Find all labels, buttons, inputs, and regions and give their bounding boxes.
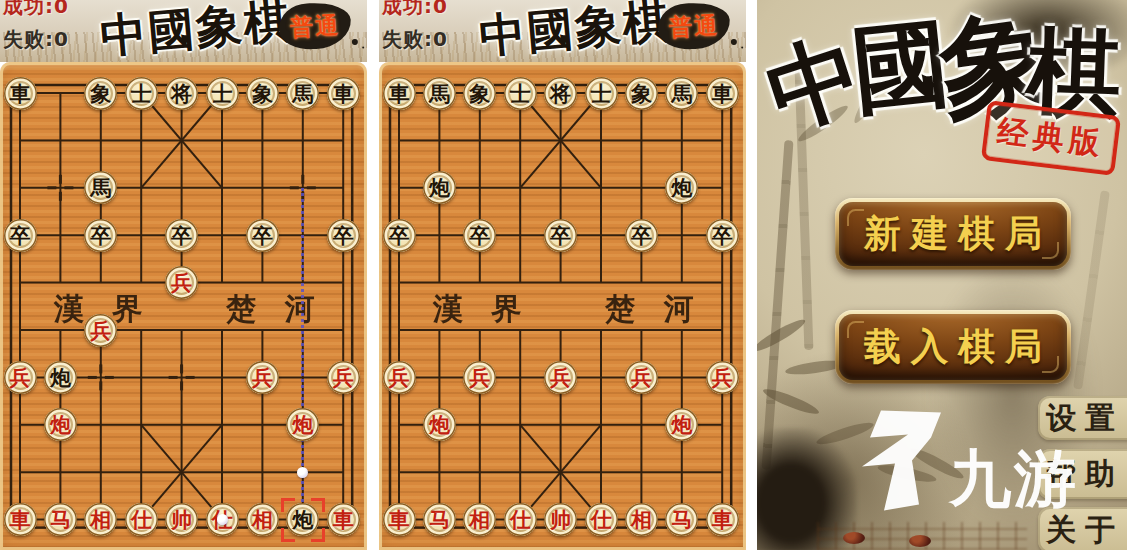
piece-red-horse[interactable]: 马 — [423, 503, 456, 536]
piece-black-soldier[interactable]: 卒 — [165, 219, 198, 252]
app-root: 成功:0 失败:0 中國象棋 普通 漢 界 楚 河 車象士将士象馬車馬卒卒卒卒卒… — [0, 0, 1127, 550]
piece-red-chariot[interactable]: 車 — [327, 503, 360, 536]
classic-edition-seal: 经典版 — [981, 100, 1121, 176]
title-char: 中 — [757, 11, 878, 157]
game-hud: 成功:0 失败:0 中國象棋 普通 — [379, 0, 746, 62]
piece-black-soldier[interactable]: 卒 — [4, 219, 37, 252]
ornament-icon — [1042, 242, 1059, 259]
piece-black-chariot[interactable]: 車 — [383, 77, 416, 110]
piece-red-cannon[interactable]: 炮 — [44, 408, 77, 441]
piece-red-chariot[interactable]: 車 — [4, 503, 37, 536]
piece-red-soldier[interactable]: 兵 — [165, 266, 198, 299]
piece-black-chariot[interactable]: 車 — [4, 77, 37, 110]
piece-red-chariot[interactable]: 車 — [383, 503, 416, 536]
piece-red-general[interactable]: 帅 — [544, 503, 577, 536]
piece-red-general[interactable]: 帅 — [165, 503, 198, 536]
help-button[interactable]: 帮助 — [1038, 449, 1127, 499]
piece-black-advisor[interactable]: 士 — [125, 77, 158, 110]
piece-red-soldier[interactable]: 兵 — [4, 361, 37, 394]
ink-smudge-decoration — [947, 0, 1127, 83]
xiangqi-board[interactable]: 漢 界 楚 河 車象士将士象馬車馬卒卒卒卒卒兵兵兵炮兵兵炮炮車马相仕帅仕相炮車 — [0, 62, 367, 550]
menu-panel: 中 國 象 棋 经典版 新建棋局 载入棋局 设置 帮助 关于 九游 — [757, 0, 1127, 550]
piece-red-soldier[interactable]: 兵 — [544, 361, 577, 394]
game-panel-left: 成功:0 失败:0 中國象棋 普通 漢 界 楚 河 車象士将士象馬車馬卒卒卒卒卒… — [0, 0, 367, 550]
piece-red-horse[interactable]: 马 — [44, 503, 77, 536]
move-trail-dot — [297, 467, 308, 478]
piece-red-soldier[interactable]: 兵 — [463, 361, 496, 394]
river-label-right: 楚 河 — [605, 289, 702, 330]
move-trail-dot — [217, 514, 228, 525]
piece-black-soldier[interactable]: 卒 — [544, 219, 577, 252]
piece-red-cannon[interactable]: 炮 — [423, 408, 456, 441]
piece-black-chariot[interactable]: 車 — [706, 77, 739, 110]
piece-red-soldier[interactable]: 兵 — [383, 361, 416, 394]
piece-black-general[interactable]: 将 — [165, 77, 198, 110]
piece-red-elephant[interactable]: 相 — [246, 503, 279, 536]
piece-red-elephant[interactable]: 相 — [625, 503, 658, 536]
piece-red-chariot[interactable]: 車 — [706, 503, 739, 536]
piece-black-horse[interactable]: 馬 — [286, 77, 319, 110]
piece-black-soldier[interactable]: 卒 — [383, 219, 416, 252]
piece-black-cannon[interactable]: 炮 — [423, 171, 456, 204]
selected-piece-marker — [281, 498, 325, 542]
piece-red-soldier[interactable]: 兵 — [84, 314, 117, 347]
ornament-icon — [847, 209, 864, 226]
piece-black-horse[interactable]: 馬 — [665, 77, 698, 110]
piece-red-soldier[interactable]: 兵 — [625, 361, 658, 394]
bamboo-leaf — [850, 69, 891, 126]
piece-red-soldier[interactable]: 兵 — [706, 361, 739, 394]
piece-black-soldier[interactable]: 卒 — [706, 219, 739, 252]
success-counter: 成功:0 — [382, 0, 448, 20]
piece-black-advisor[interactable]: 士 — [504, 77, 537, 110]
piece-black-soldier[interactable]: 卒 — [463, 219, 496, 252]
game-bowl — [909, 535, 931, 547]
piece-red-soldier[interactable]: 兵 — [327, 361, 360, 394]
xiangqi-board[interactable]: 漢 界 楚 河 車馬象士将士象馬車炮炮卒卒卒卒卒兵兵兵兵兵炮炮車马相仕帅仕相马車 — [379, 62, 746, 550]
fail-counter: 失败:0 — [382, 26, 448, 53]
piece-black-soldier[interactable]: 卒 — [84, 219, 117, 252]
piece-black-cannon[interactable]: 炮 — [44, 361, 77, 394]
piece-black-general[interactable]: 将 — [544, 77, 577, 110]
piece-black-elephant[interactable]: 象 — [246, 77, 279, 110]
river-label-left: 漢 界 — [433, 289, 530, 330]
piece-black-soldier[interactable]: 卒 — [246, 219, 279, 252]
ornament-icon — [1042, 356, 1059, 373]
piece-black-elephant[interactable]: 象 — [463, 77, 496, 110]
piece-red-advisor[interactable]: 仕 — [585, 503, 618, 536]
piece-black-elephant[interactable]: 象 — [625, 77, 658, 110]
piece-black-advisor[interactable]: 士 — [585, 77, 618, 110]
about-button[interactable]: 关于 — [1038, 507, 1127, 550]
piece-red-soldier[interactable]: 兵 — [246, 361, 279, 394]
success-counter: 成功:0 — [3, 0, 69, 20]
game-hud: 成功:0 失败:0 中國象棋 普通 — [0, 0, 367, 62]
settings-button[interactable]: 设置 — [1038, 396, 1127, 440]
game-bowl — [843, 532, 865, 544]
piece-black-horse[interactable]: 馬 — [423, 77, 456, 110]
load-game-button[interactable]: 载入棋局 — [835, 310, 1071, 384]
piece-red-advisor[interactable]: 仕 — [504, 503, 537, 536]
game-title: 中國象棋 — [477, 0, 674, 62]
piece-black-chariot[interactable]: 車 — [327, 77, 360, 110]
fail-counter: 失败:0 — [3, 26, 69, 53]
piece-black-soldier[interactable]: 卒 — [625, 219, 658, 252]
bamboo-stem — [794, 40, 814, 350]
river-label-right: 楚 河 — [226, 289, 323, 330]
game-panel-middle: 成功:0 失败:0 中國象棋 普通 漢 界 楚 河 車馬象士将士象馬車炮炮卒卒卒… — [379, 0, 746, 550]
game-title: 中國象棋 — [98, 0, 295, 62]
piece-black-elephant[interactable]: 象 — [84, 77, 117, 110]
piece-black-advisor[interactable]: 士 — [206, 77, 239, 110]
piece-red-advisor[interactable]: 仕 — [125, 503, 158, 536]
piece-black-soldier[interactable]: 卒 — [327, 219, 360, 252]
ornament-icon — [847, 321, 864, 338]
new-game-button[interactable]: 新建棋局 — [835, 198, 1071, 270]
